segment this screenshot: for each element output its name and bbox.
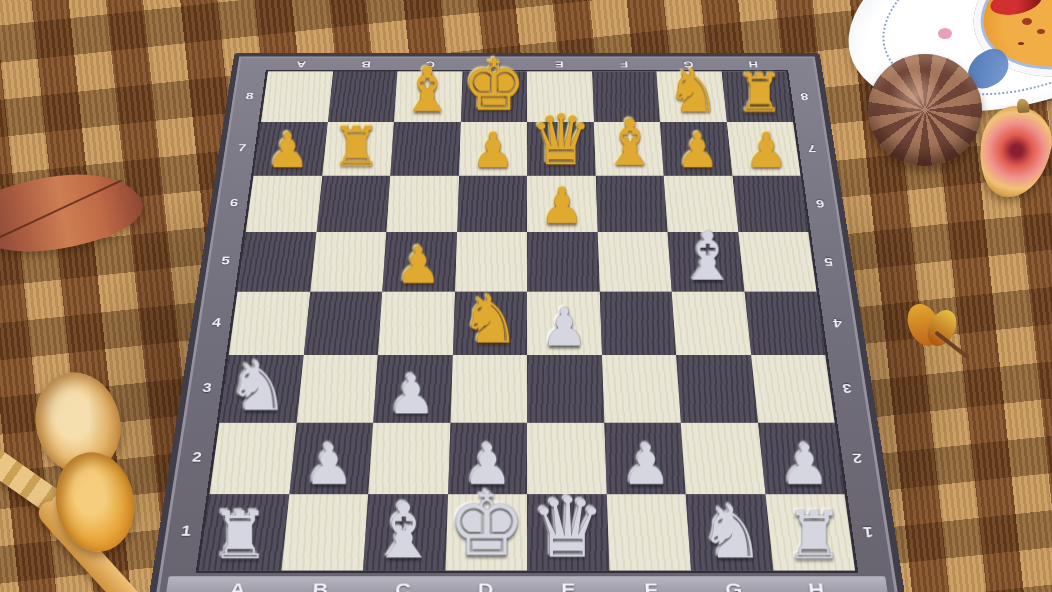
square-c8[interactable]: ♝ (394, 71, 462, 122)
silver-pawn-f2[interactable]: ♟ (606, 437, 685, 493)
silver-bishop-c1[interactable]: ♝ (363, 492, 445, 569)
coordinate-label: 3 (828, 355, 867, 422)
gold-pawn-d7[interactable]: ♟ (459, 126, 527, 174)
square-h2[interactable]: ♟ (758, 422, 845, 494)
file-labels-bottom: ABCDEFGH (165, 576, 890, 592)
square-h1[interactable]: ♜ (765, 494, 855, 570)
file-labels-top: ABCDEFGH (268, 57, 786, 70)
coordinate-label: H (720, 57, 786, 70)
gold-pawn-a7[interactable]: ♟ (254, 126, 322, 174)
square-b2[interactable]: ♟ (289, 422, 373, 494)
square-d4[interactable]: ♞ (452, 292, 527, 355)
coordinate-label: 5 (811, 232, 847, 292)
board-grid: ♝♚♞♜♟♜♟♛♝♟♟♟♟♝♞♟♞♟♟♟♟♟♜♝♚♛♞♜ (199, 71, 855, 570)
chess-app-scene: ABCDEFGH 87654321 87654321 ♝♚♞♜♟♜♟♛♝♟♟♟♟… (0, 0, 1052, 592)
square-e7[interactable]: ♛ (527, 122, 595, 175)
square-a8[interactable] (261, 71, 333, 122)
square-a3[interactable]: ♞ (219, 355, 303, 422)
silver-rook-h1[interactable]: ♜ (773, 503, 855, 569)
coordinate-label: C (361, 576, 445, 592)
gold-pawn-c5[interactable]: ♟ (382, 239, 454, 290)
square-d1[interactable]: ♚ (445, 494, 527, 570)
square-g2[interactable] (681, 422, 765, 494)
square-g1[interactable]: ♞ (686, 494, 773, 570)
square-f5[interactable] (597, 232, 671, 292)
tea-leaf-flecks (1022, 18, 1032, 25)
coordinate-label: A (194, 576, 280, 592)
square-f6[interactable] (595, 175, 667, 231)
square-c4[interactable] (378, 292, 455, 355)
coordinate-label: E (527, 57, 592, 70)
square-c6[interactable] (386, 175, 458, 231)
saucer-floral-sprig (938, 28, 952, 39)
square-d6[interactable] (457, 175, 527, 231)
square-b7[interactable]: ♜ (322, 122, 394, 175)
square-b6[interactable] (316, 175, 390, 231)
square-g5[interactable]: ♝ (668, 232, 744, 292)
square-h4[interactable] (744, 292, 825, 355)
gold-bishop-f7[interactable]: ♝ (595, 111, 663, 175)
square-f3[interactable] (602, 355, 681, 422)
silver-pawn-h2[interactable]: ♟ (765, 437, 844, 493)
square-e6[interactable]: ♟ (527, 175, 597, 231)
coordinate-label: G (656, 57, 722, 70)
square-g7[interactable]: ♟ (660, 122, 732, 175)
silver-queen-e1[interactable]: ♛ (527, 486, 609, 569)
square-b1[interactable] (281, 494, 368, 570)
square-b4[interactable] (303, 292, 382, 355)
chessboard-frame: ABCDEFGH 87654321 87654321 ♝♚♞♜♟♜♟♛♝♟♟♟♟… (146, 53, 908, 592)
square-f7[interactable]: ♝ (594, 122, 664, 175)
square-a1[interactable]: ♜ (199, 494, 289, 570)
square-c7[interactable] (390, 122, 460, 175)
coordinate-label: G (691, 576, 776, 592)
square-a7[interactable]: ♟ (254, 122, 328, 175)
coordinate-label: D (462, 57, 527, 70)
square-c5[interactable]: ♟ (382, 232, 456, 292)
silver-rook-a1[interactable]: ♜ (199, 503, 281, 569)
square-h8[interactable]: ♜ (721, 71, 793, 122)
coordinate-label: H (774, 576, 860, 592)
square-g4[interactable] (672, 292, 751, 355)
coordinate-label: 6 (803, 175, 838, 231)
silver-knight-a3[interactable]: ♞ (220, 352, 297, 421)
silver-knight-g1[interactable]: ♞ (691, 495, 773, 569)
gold-pawn-e6[interactable]: ♟ (527, 181, 597, 231)
square-e3[interactable] (527, 355, 604, 422)
silver-pawn-c3[interactable]: ♟ (373, 367, 450, 421)
coordinate-label: B (333, 57, 399, 70)
gold-pawn-h7[interactable]: ♟ (732, 126, 800, 174)
square-a6[interactable] (246, 175, 322, 231)
square-a5[interactable] (238, 232, 317, 292)
square-b5[interactable] (310, 232, 386, 292)
gold-pawn-g7[interactable]: ♟ (664, 126, 732, 174)
square-f2[interactable]: ♟ (604, 422, 686, 494)
silver-bishop-g5[interactable]: ♝ (672, 223, 744, 291)
gold-knight-d4[interactable]: ♞ (452, 287, 527, 354)
square-f1[interactable] (606, 494, 691, 570)
coordinate-label: C (398, 57, 463, 70)
coordinate-label: D (444, 576, 527, 592)
square-h3[interactable] (751, 355, 835, 422)
silver-pawn-e4[interactable]: ♟ (527, 301, 602, 354)
square-g8[interactable]: ♞ (657, 71, 727, 122)
square-a2[interactable] (210, 422, 297, 494)
square-d7[interactable]: ♟ (459, 122, 527, 175)
coordinate-label: A (268, 57, 334, 70)
coordinate-label: F (609, 576, 693, 592)
square-c2[interactable] (368, 422, 450, 494)
square-e1[interactable]: ♛ (527, 494, 609, 570)
square-d3[interactable] (450, 355, 527, 422)
square-h7[interactable]: ♟ (727, 122, 801, 175)
square-e4[interactable]: ♟ (527, 292, 602, 355)
coordinate-label: 4 (819, 292, 856, 355)
coordinate-label: F (591, 57, 656, 70)
gold-queen-e7[interactable]: ♛ (527, 105, 595, 175)
square-c3[interactable]: ♟ (373, 355, 452, 422)
coordinate-label: 8 (233, 71, 266, 122)
coordinate-label: B (278, 576, 363, 592)
coordinate-label: E (527, 576, 610, 592)
gold-rook-b7[interactable]: ♜ (322, 120, 390, 175)
square-f4[interactable] (599, 292, 676, 355)
square-e5[interactable] (527, 232, 599, 292)
square-g3[interactable] (676, 355, 758, 422)
square-h5[interactable] (738, 232, 817, 292)
silver-king-d1[interactable]: ♚ (445, 481, 527, 569)
square-b3[interactable] (296, 355, 378, 422)
silver-pawn-b2[interactable]: ♟ (289, 437, 368, 493)
gold-rook-h8[interactable]: ♜ (726, 68, 792, 121)
square-d8[interactable]: ♚ (460, 71, 527, 122)
square-c1[interactable]: ♝ (363, 494, 448, 570)
